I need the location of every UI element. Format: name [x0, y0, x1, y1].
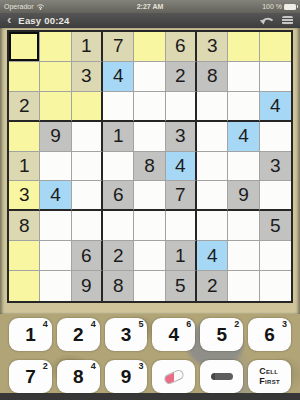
cell-r6c9[interactable]	[260, 181, 291, 211]
cell-r8c2[interactable]	[40, 241, 71, 271]
cell-first-mode-button[interactable]: CellFirst	[248, 360, 291, 393]
cell-r4c3[interactable]	[72, 122, 103, 152]
digit-count-badge: 2	[43, 361, 48, 371]
cell-r4c5[interactable]	[134, 122, 165, 152]
cell-r1c2[interactable]	[40, 32, 71, 62]
cell-r5c4[interactable]	[103, 152, 134, 182]
digit-count-badge: 6	[186, 319, 191, 329]
cell-r7c7[interactable]	[197, 211, 228, 241]
digit-label: 5	[216, 324, 227, 346]
cell-r9c9[interactable]	[260, 271, 291, 301]
digit-label: 4	[169, 324, 180, 346]
cell-r4c9[interactable]	[260, 122, 291, 152]
cell-r7c6[interactable]	[166, 211, 197, 241]
cell-r6c8[interactable]: 9	[228, 181, 259, 211]
cell-r6c3[interactable]	[72, 181, 103, 211]
cell-r4c1[interactable]	[9, 122, 40, 152]
digit-label: 2	[73, 324, 84, 346]
digit-count-badge: 4	[43, 319, 48, 329]
digit-button-3[interactable]: 35	[105, 318, 148, 351]
cell-r8c6[interactable]: 1	[166, 241, 197, 271]
digit-button-7[interactable]: 72	[9, 360, 52, 393]
cell-r2c9[interactable]	[260, 62, 291, 92]
cell-r1c3[interactable]: 1	[72, 32, 103, 62]
cell-r2c5[interactable]	[134, 62, 165, 92]
cell-r5c6[interactable]: 4	[166, 152, 197, 182]
cell-r7c3[interactable]	[72, 211, 103, 241]
game-title-timer: Easy 00:24	[18, 15, 69, 26]
digit-label: 6	[264, 324, 275, 346]
cell-r8c1[interactable]	[9, 241, 40, 271]
cell-r6c2[interactable]: 4	[40, 181, 71, 211]
status-bar: Operador 2:27 AM 100 %	[0, 0, 300, 13]
cell-r3c2[interactable]	[40, 92, 71, 122]
digit-count-badge: 2	[234, 319, 239, 329]
cell-r1c8[interactable]	[228, 32, 259, 62]
cell-r5c8[interactable]	[228, 152, 259, 182]
digit-label: 3	[121, 324, 132, 346]
cell-r8c8[interactable]	[228, 241, 259, 271]
cell-r2c7[interactable]: 8	[197, 62, 228, 92]
grid-menu-icon	[282, 16, 293, 25]
digit-label: 8	[73, 366, 84, 388]
cell-r6c1[interactable]: 3	[9, 181, 40, 211]
cell-r9c3[interactable]: 9	[72, 271, 103, 301]
cell-r6c6[interactable]: 7	[166, 181, 197, 211]
battery-percent-label: 100 %	[262, 3, 282, 10]
back-button[interactable]: ‹	[7, 13, 11, 26]
digit-count-badge: 4	[91, 319, 96, 329]
cell-r2c1[interactable]	[9, 62, 40, 92]
cell-r1c6[interactable]: 6	[166, 32, 197, 62]
digit-label: 1	[25, 324, 36, 346]
digit-count-badge: 3	[138, 361, 143, 371]
digit-button-6[interactable]: 63	[248, 318, 291, 351]
cell-r7c8[interactable]	[228, 211, 259, 241]
eraser-icon	[163, 368, 185, 385]
cell-r7c4[interactable]	[103, 211, 134, 241]
cell-r1c9[interactable]	[260, 32, 291, 62]
cell-r4c6[interactable]: 3	[166, 122, 197, 152]
keypad-wallpaper: 142435465263728493CellFirst	[0, 314, 300, 393]
cell-r2c6[interactable]: 2	[166, 62, 197, 92]
cell-r1c5[interactable]	[134, 32, 165, 62]
cell-r7c1[interactable]: 8	[9, 211, 40, 241]
bottom-strip	[0, 393, 300, 400]
cell-r9c4[interactable]: 8	[103, 271, 134, 301]
cell-r2c2[interactable]	[40, 62, 71, 92]
board-frame: 176334282491341843346798562149852	[0, 28, 300, 314]
cell-r2c3[interactable]: 3	[72, 62, 103, 92]
cell-r9c8[interactable]	[228, 271, 259, 301]
mode-button-label: CellFirst	[259, 367, 280, 386]
cell-r3c5[interactable]	[134, 92, 165, 122]
cell-r8c5[interactable]	[134, 241, 165, 271]
cell-r9c7[interactable]: 2	[197, 271, 228, 301]
cell-r3c9[interactable]: 4	[260, 92, 291, 122]
cell-r9c2[interactable]	[40, 271, 71, 301]
sudoku-grid: 176334282491341843346798562149852	[7, 30, 293, 303]
digit-button-1[interactable]: 14	[9, 318, 52, 351]
cell-r3c6[interactable]	[166, 92, 197, 122]
cell-r8c9[interactable]	[260, 241, 291, 271]
digit-label: 9	[121, 366, 132, 388]
menu-button[interactable]	[282, 16, 293, 25]
digit-count-badge: 4	[91, 361, 96, 371]
cell-r6c5[interactable]	[134, 181, 165, 211]
cell-r5c9[interactable]: 3	[260, 152, 291, 182]
cell-r5c3[interactable]	[72, 152, 103, 182]
cell-r7c9[interactable]: 5	[260, 211, 291, 241]
digit-count-badge: 3	[282, 319, 287, 329]
cell-r4c4[interactable]: 1	[103, 122, 134, 152]
cell-r5c7[interactable]	[197, 152, 228, 182]
digit-button-2[interactable]: 24	[57, 318, 100, 351]
cell-r5c5[interactable]: 8	[134, 152, 165, 182]
cell-r9c6[interactable]: 5	[166, 271, 197, 301]
undo-icon	[259, 15, 275, 26]
status-clock: 2:27 AM	[0, 3, 300, 10]
sudoku-app-screen: Operador 2:27 AM 100 % ‹ Easy 00:24 1	[0, 0, 300, 400]
cell-r6c4[interactable]: 6	[103, 181, 134, 211]
digit-button-4[interactable]: 46	[152, 318, 195, 351]
digit-button-8[interactable]: 84	[57, 360, 100, 393]
cell-r7c5[interactable]	[134, 211, 165, 241]
cell-r9c5[interactable]	[134, 271, 165, 301]
eraser-button[interactable]	[152, 360, 195, 393]
cell-r4c8[interactable]: 4	[228, 122, 259, 152]
cell-r8c4[interactable]: 2	[103, 241, 134, 271]
pen-icon	[211, 373, 233, 380]
cell-r2c4[interactable]: 4	[103, 62, 134, 92]
cell-r5c1[interactable]: 1	[9, 152, 40, 182]
cell-r1c4[interactable]: 7	[103, 32, 134, 62]
digit-count-badge: 5	[138, 319, 143, 329]
keypad: 142435465263728493CellFirst	[9, 318, 291, 393]
undo-button[interactable]	[259, 15, 275, 26]
cell-r1c7[interactable]: 3	[197, 32, 228, 62]
digit-button-9[interactable]: 93	[105, 360, 148, 393]
cell-r6c7[interactable]	[197, 181, 228, 211]
digit-label: 7	[25, 366, 36, 388]
cell-r8c3[interactable]: 6	[72, 241, 103, 271]
cell-r3c4[interactable]	[103, 92, 134, 122]
cell-r5c2[interactable]	[40, 152, 71, 182]
battery-group: 100 %	[262, 3, 296, 10]
cell-r3c8[interactable]	[228, 92, 259, 122]
cell-r2c8[interactable]	[228, 62, 259, 92]
cell-r3c1[interactable]: 2	[9, 92, 40, 122]
pen-button[interactable]	[200, 360, 243, 393]
cell-r9c1[interactable]	[9, 271, 40, 301]
cell-r3c3[interactable]	[72, 92, 103, 122]
cell-r4c2[interactable]: 9	[40, 122, 71, 152]
nav-bar: ‹ Easy 00:24	[0, 13, 300, 28]
cell-r3c7[interactable]	[197, 92, 228, 122]
cell-r4c7[interactable]	[197, 122, 228, 152]
cell-r7c2[interactable]	[40, 211, 71, 241]
cell-r8c7[interactable]: 4	[197, 241, 228, 271]
digit-button-5[interactable]: 52	[200, 318, 243, 351]
cell-r1c1[interactable]	[9, 32, 40, 62]
battery-icon	[284, 4, 296, 10]
